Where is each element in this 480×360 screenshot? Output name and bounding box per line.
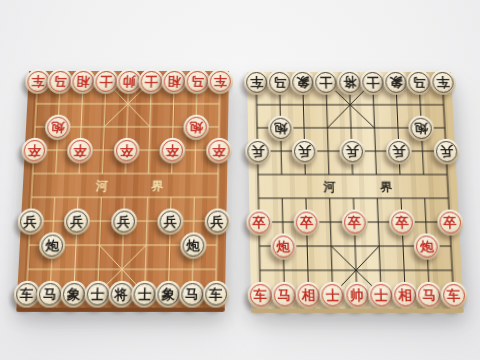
piece-character: 象 [296,75,309,88]
piece-black-soldier[interactable]: 兵 [245,138,271,163]
piece-red-soldier[interactable]: 卒 [246,209,272,235]
piece-character: 车 [436,75,450,88]
piece-character: 卒 [212,144,225,157]
piece-character: 士 [90,287,104,301]
piece-character: 车 [253,288,267,302]
piece-character: 兵 [251,145,264,158]
piece-red-soldier[interactable]: 卒 [341,209,368,235]
piece-character: 士 [366,75,380,88]
piece-red-chariot[interactable]: 车 [440,281,467,308]
piece-red-elephant[interactable]: 相 [161,69,187,94]
piece-red-cannon[interactable]: 炮 [183,114,209,139]
photo-backdrop: 河 界 车马相士帅士相马车炮炮卒卒卒卒卒兵兵兵兵兵炮炮车马象士将士象马车 河 界… [0,0,480,360]
piece-red-elephant[interactable]: 相 [295,281,322,308]
piece-character: 士 [138,287,152,301]
piece-character: 卒 [166,144,180,157]
piece-character: 帅 [122,74,135,87]
piece-character: 兵 [23,214,37,228]
piece-red-advisor[interactable]: 士 [368,281,395,308]
piece-red-horse[interactable]: 马 [184,69,210,94]
piece-red-chariot[interactable]: 车 [24,69,50,94]
piece-black-general[interactable]: 将 [336,70,362,95]
piece-character: 车 [31,74,45,87]
piece-character: 兵 [392,145,406,158]
piece-black-chariot[interactable]: 车 [13,280,40,307]
piece-character: 卒 [300,215,314,229]
piece-black-elephant[interactable]: 象 [155,280,182,307]
piece-character: 卒 [443,215,457,229]
river-label-he: 河 [95,177,108,194]
piece-character: 马 [185,287,199,301]
piece-red-soldier[interactable]: 卒 [436,209,463,235]
piece-character: 兵 [164,214,178,228]
piece-black-horse[interactable]: 马 [267,70,293,95]
piece-red-chariot[interactable]: 车 [247,281,273,308]
piece-character: 卒 [27,144,41,157]
piece-black-soldier[interactable]: 兵 [433,138,460,163]
piece-red-soldier[interactable]: 卒 [159,137,185,162]
piece-character: 炮 [420,239,434,253]
piece-character: 帅 [350,288,364,302]
piece-character: 车 [209,287,223,301]
xiangqi-board-dark: 河 界 车马相士帅士相马车炮炮卒卒卒卒卒兵兵兵兵兵炮炮车马象士将士象马车 [16,71,229,308]
piece-character: 士 [374,288,388,302]
piece-black-soldier[interactable]: 兵 [110,208,137,234]
river-label-jie: 界 [380,178,393,195]
piece-black-soldier[interactable]: 兵 [292,138,318,163]
piece-character: 将 [114,287,128,301]
piece-black-chariot[interactable]: 车 [202,280,228,307]
piece-red-chariot[interactable]: 车 [207,69,233,94]
piece-character: 卒 [395,215,409,229]
piece-character: 象 [389,75,403,88]
piece-character: 相 [398,288,412,302]
piece-character: 炮 [45,238,59,252]
piece-red-general[interactable]: 帅 [116,69,142,94]
piece-character: 卒 [73,144,87,157]
piece-black-chariot[interactable]: 车 [429,70,455,95]
piece-black-soldier[interactable]: 兵 [17,208,44,234]
piece-red-general[interactable]: 帅 [343,281,370,308]
piece-character: 卒 [347,215,361,229]
piece-character: 炮 [415,121,429,134]
piece-character: 将 [343,75,356,88]
piece-character: 象 [67,287,81,301]
piece-character: 马 [422,288,436,302]
piece-character: 士 [319,75,332,88]
piece-black-soldier[interactable]: 兵 [339,138,365,163]
piece-black-general[interactable]: 将 [108,280,135,307]
piece-character: 士 [99,74,113,87]
piece-character: 相 [76,74,90,87]
piece-character: 象 [161,287,175,301]
piece-red-soldier[interactable]: 卒 [113,137,139,162]
piece-black-advisor[interactable]: 士 [84,280,111,307]
piece-character: 车 [19,287,33,301]
piece-character: 马 [412,75,426,88]
piece-character: 相 [168,74,181,87]
piece-black-cannon[interactable]: 炮 [180,232,206,258]
piece-character: 士 [326,288,340,302]
piece-character: 炮 [186,238,200,252]
piece-character: 炮 [189,120,202,133]
piece-character: 卒 [119,144,133,157]
piece-character: 兵 [439,145,453,158]
piece-character: 兵 [298,145,312,158]
board-grid [16,71,229,308]
piece-character: 马 [190,74,203,87]
piece-character: 马 [277,288,291,302]
piece-red-advisor[interactable]: 士 [93,69,119,94]
piece-black-cannon[interactable]: 炮 [268,115,294,140]
piece-character: 马 [43,287,57,301]
piece-character: 炮 [274,121,287,134]
piece-black-soldier[interactable]: 兵 [157,208,183,234]
piece-character: 士 [145,74,158,87]
piece-character: 车 [250,75,263,88]
piece-character: 车 [446,288,460,302]
piece-black-horse[interactable]: 马 [179,280,206,307]
piece-character: 马 [53,74,67,87]
piece-character: 卒 [252,215,266,229]
piece-character: 兵 [70,214,84,228]
piece-character: 兵 [345,145,359,158]
piece-red-horse[interactable]: 马 [271,281,298,308]
piece-red-soldier[interactable]: 卒 [21,137,48,162]
piece-black-chariot[interactable]: 车 [243,70,269,95]
piece-red-soldier[interactable]: 卒 [293,209,319,235]
piece-character: 炮 [51,120,65,133]
piece-character: 兵 [117,214,131,228]
piece-character: 相 [302,288,316,302]
xiangqi-board-light: 河 界 车马象士将士象马车炮炮兵兵兵兵兵卒卒卒卒卒炮炮车马相士帅士相马车 [247,72,464,309]
piece-character: 车 [213,74,226,87]
river-label-jie: 界 [151,177,164,194]
piece-red-soldier[interactable]: 卒 [206,137,232,162]
piece-character: 炮 [276,239,290,253]
board-grid [247,72,464,309]
piece-character: 马 [273,75,286,88]
piece-black-elephant[interactable]: 象 [290,70,316,95]
river-label-he: 河 [323,178,336,195]
piece-black-advisor[interactable]: 士 [360,70,386,95]
piece-character: 兵 [210,214,224,228]
piece-red-cannon[interactable]: 炮 [270,233,296,259]
piece-black-soldier[interactable]: 兵 [204,208,230,234]
